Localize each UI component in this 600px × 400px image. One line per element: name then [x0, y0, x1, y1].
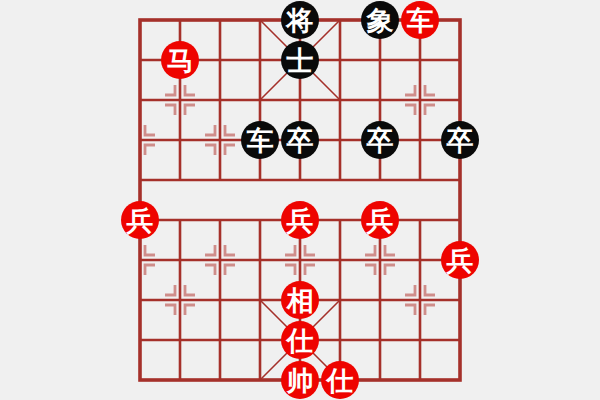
piece-black-soldier-2[interactable]: 卒 — [361, 121, 399, 159]
piece-black-soldier-1[interactable]: 卒 — [281, 121, 319, 159]
piece-red-soldier-4[interactable]: 兵 — [441, 241, 479, 279]
piece-black-elephant[interactable]: 象 — [361, 1, 399, 39]
piece-red-soldier-3[interactable]: 兵 — [361, 201, 399, 239]
xiangqi-app-screen: 将象车马士车卒卒卒兵兵兵兵相仕帅仕 — [0, 0, 600, 400]
piece-black-general[interactable]: 将 — [281, 1, 319, 39]
piece-red-soldier-1[interactable]: 兵 — [121, 201, 159, 239]
piece-red-advisor-1[interactable]: 仕 — [281, 321, 319, 359]
piece-red-chariot[interactable]: 车 — [401, 1, 439, 39]
piece-black-advisor[interactable]: 士 — [281, 41, 319, 79]
piece-red-horse[interactable]: 马 — [161, 41, 199, 79]
piece-red-advisor-2[interactable]: 仕 — [321, 361, 359, 399]
piece-black-soldier-3[interactable]: 卒 — [441, 121, 479, 159]
piece-red-general[interactable]: 帅 — [281, 361, 319, 399]
piece-red-soldier-2[interactable]: 兵 — [281, 201, 319, 239]
piece-red-elephant[interactable]: 相 — [281, 281, 319, 319]
piece-black-chariot[interactable]: 车 — [241, 121, 279, 159]
